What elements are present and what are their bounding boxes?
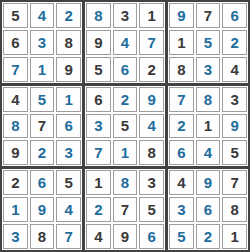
cell-r7c7[interactable]: 4 xyxy=(169,170,194,195)
cell-r2c9[interactable]: 2 xyxy=(222,30,247,55)
cell-r4c6[interactable]: 9 xyxy=(139,87,164,112)
cell-r8c2[interactable]: 9 xyxy=(30,197,55,222)
cell-r7c9[interactable]: 7 xyxy=(222,170,247,195)
cell-r5c1[interactable]: 8 xyxy=(3,114,28,139)
cell-r9c5[interactable]: 9 xyxy=(113,224,138,249)
cell-r8c1[interactable]: 1 xyxy=(3,197,28,222)
cell-r9c9[interactable]: 1 xyxy=(222,224,247,249)
cell-r4c8[interactable]: 8 xyxy=(196,87,221,112)
cell-r6c2[interactable]: 2 xyxy=(30,140,55,165)
cell-r4c5[interactable]: 2 xyxy=(113,87,138,112)
cell-r6c1[interactable]: 9 xyxy=(3,140,28,165)
cell-r7c5[interactable]: 8 xyxy=(113,170,138,195)
cell-r6c6[interactable]: 8 xyxy=(139,140,164,165)
cell-r1c3[interactable]: 2 xyxy=(56,3,81,28)
cell-r8c9[interactable]: 8 xyxy=(222,197,247,222)
cell-r2c7[interactable]: 1 xyxy=(169,30,194,55)
cell-r1c1[interactable]: 5 xyxy=(3,3,28,28)
cell-r5c7[interactable]: 2 xyxy=(169,114,194,139)
box-9: 497368521 xyxy=(168,169,248,250)
cell-r5c3[interactable]: 6 xyxy=(56,114,81,139)
cell-r9c8[interactable]: 2 xyxy=(196,224,221,249)
cell-r8c7[interactable]: 3 xyxy=(169,197,194,222)
cell-r7c2[interactable]: 6 xyxy=(30,170,55,195)
cell-r3c3[interactable]: 9 xyxy=(56,57,81,82)
cell-r2c3[interactable]: 8 xyxy=(56,30,81,55)
cell-r1c6[interactable]: 1 xyxy=(139,3,164,28)
cell-r5c9[interactable]: 9 xyxy=(222,114,247,139)
cell-r5c5[interactable]: 5 xyxy=(113,114,138,139)
cell-r2c6[interactable]: 7 xyxy=(139,30,164,55)
cell-r2c4[interactable]: 9 xyxy=(86,30,111,55)
cell-r3c7[interactable]: 8 xyxy=(169,57,194,82)
cell-r3c2[interactable]: 1 xyxy=(30,57,55,82)
cell-r1c8[interactable]: 7 xyxy=(196,3,221,28)
cell-r8c4[interactable]: 2 xyxy=(86,197,111,222)
cell-r4c9[interactable]: 3 xyxy=(222,87,247,112)
cell-r5c2[interactable]: 7 xyxy=(30,114,55,139)
cell-r1c4[interactable]: 8 xyxy=(86,3,111,28)
cell-r3c1[interactable]: 7 xyxy=(3,57,28,82)
cell-r6c4[interactable]: 7 xyxy=(86,140,111,165)
box-8: 183275496 xyxy=(85,169,165,250)
cell-r1c7[interactable]: 9 xyxy=(169,3,194,28)
cell-r9c4[interactable]: 4 xyxy=(86,224,111,249)
cell-r5c4[interactable]: 3 xyxy=(86,114,111,139)
cell-r2c8[interactable]: 5 xyxy=(196,30,221,55)
cell-r7c4[interactable]: 1 xyxy=(86,170,111,195)
cell-r8c3[interactable]: 4 xyxy=(56,197,81,222)
cell-r7c1[interactable]: 2 xyxy=(3,170,28,195)
cell-r2c5[interactable]: 4 xyxy=(113,30,138,55)
cell-r4c3[interactable]: 1 xyxy=(56,87,81,112)
cell-r7c6[interactable]: 3 xyxy=(139,170,164,195)
cell-r4c1[interactable]: 4 xyxy=(3,87,28,112)
box-4: 451876923 xyxy=(2,86,82,167)
cell-r9c2[interactable]: 8 xyxy=(30,224,55,249)
cell-r3c8[interactable]: 3 xyxy=(196,57,221,82)
cell-r3c5[interactable]: 6 xyxy=(113,57,138,82)
box-1: 542638719 xyxy=(2,2,82,83)
box-6: 783219645 xyxy=(168,86,248,167)
cell-r1c5[interactable]: 3 xyxy=(113,3,138,28)
cell-r8c8[interactable]: 6 xyxy=(196,197,221,222)
cell-r9c3[interactable]: 7 xyxy=(56,224,81,249)
cell-r9c6[interactable]: 6 xyxy=(139,224,164,249)
cell-r1c9[interactable]: 6 xyxy=(222,3,247,28)
cell-r3c9[interactable]: 4 xyxy=(222,57,247,82)
cell-r5c6[interactable]: 4 xyxy=(139,114,164,139)
cell-r8c5[interactable]: 7 xyxy=(113,197,138,222)
box-3: 976152834 xyxy=(168,2,248,83)
box-7: 265194387 xyxy=(2,169,82,250)
box-2: 831947562 xyxy=(85,2,165,83)
cell-r1c2[interactable]: 4 xyxy=(30,3,55,28)
cell-r6c5[interactable]: 1 xyxy=(113,140,138,165)
cell-r7c8[interactable]: 9 xyxy=(196,170,221,195)
sudoku-board: 5426387198319475629761528344518769236293… xyxy=(0,0,250,252)
cell-r3c6[interactable]: 2 xyxy=(139,57,164,82)
cell-r4c7[interactable]: 7 xyxy=(169,87,194,112)
cell-r9c1[interactable]: 3 xyxy=(3,224,28,249)
cell-r2c1[interactable]: 6 xyxy=(3,30,28,55)
cell-r4c2[interactable]: 5 xyxy=(30,87,55,112)
cell-r9c7[interactable]: 5 xyxy=(169,224,194,249)
cell-r6c3[interactable]: 3 xyxy=(56,140,81,165)
box-5: 629354718 xyxy=(85,86,165,167)
cell-r7c3[interactable]: 5 xyxy=(56,170,81,195)
cell-r2c2[interactable]: 3 xyxy=(30,30,55,55)
cell-r6c7[interactable]: 6 xyxy=(169,140,194,165)
cell-r8c6[interactable]: 5 xyxy=(139,197,164,222)
cell-r6c8[interactable]: 4 xyxy=(196,140,221,165)
cell-r6c9[interactable]: 5 xyxy=(222,140,247,165)
cell-r5c8[interactable]: 1 xyxy=(196,114,221,139)
cell-r3c4[interactable]: 5 xyxy=(86,57,111,82)
cell-r4c4[interactable]: 6 xyxy=(86,87,111,112)
